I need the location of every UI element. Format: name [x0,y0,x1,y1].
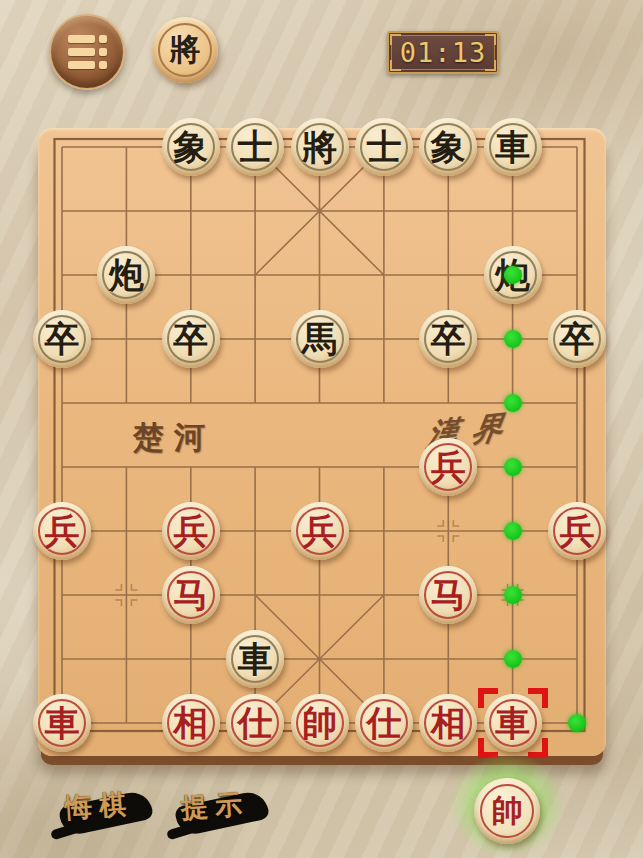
piece-black-士[interactable]: 士 [226,118,284,176]
piece-black-士[interactable]: 士 [355,118,413,176]
move-hint-dot[interactable] [504,458,522,476]
timer-corner-ornament [485,60,496,71]
piece-glyph: 相 [431,706,466,741]
piece-glyph: 象 [173,130,208,165]
move-hint-dot[interactable] [504,266,522,284]
hint-button[interactable]: 提示 [172,785,284,845]
piece-red-兵[interactable]: 兵 [33,502,91,560]
piece-glyph: 马 [173,578,208,613]
piece-black-卒[interactable]: 卒 [548,310,606,368]
move-hint-dot[interactable] [504,522,522,540]
red-general-glyph: 帥 [492,790,523,832]
piece-glyph: 卒 [431,322,466,357]
piece-red-兵[interactable]: 兵 [419,438,477,496]
piece-red-仕[interactable]: 仕 [355,694,413,752]
move-hint-dot[interactable] [568,714,586,732]
move-hint-dot[interactable] [504,394,522,412]
piece-glyph: 馬 [302,322,337,357]
timer-corner-ornament [390,34,401,45]
piece-glyph: 相 [173,706,208,741]
move-hint-dot[interactable] [504,586,522,604]
piece-red-马[interactable]: 马 [162,566,220,624]
piece-glyph: 車 [45,706,80,741]
black-general-glyph: 將 [170,29,201,71]
piece-red-相[interactable]: 相 [162,694,220,752]
piece-glyph: 車 [238,642,273,677]
piece-glyph: 马 [431,578,466,613]
undo-button[interactable]: 悔棋 [56,785,168,845]
undo-button-label: 悔棋 [64,786,134,827]
piece-red-車[interactable]: 車 [484,694,542,752]
black-side-indicator: 將 [152,17,218,83]
piece-black-卒[interactable]: 卒 [33,310,91,368]
piece-red-車[interactable]: 車 [33,694,91,752]
piece-red-兵[interactable]: 兵 [548,502,606,560]
piece-red-马[interactable]: 马 [419,566,477,624]
hint-button-label: 提示 [180,786,250,827]
river-label-left: 楚河 [133,417,215,459]
piece-glyph: 士 [238,130,273,165]
piece-black-卒[interactable]: 卒 [419,310,477,368]
piece-black-炮[interactable]: 炮 [97,246,155,304]
piece-glyph: 仕 [238,706,273,741]
piece-red-兵[interactable]: 兵 [162,502,220,560]
piece-glyph: 兵 [45,514,80,549]
timer-corner-ornament [390,60,401,71]
piece-black-車[interactable]: 車 [226,630,284,688]
piece-black-馬[interactable]: 馬 [291,310,349,368]
piece-glyph: 車 [495,130,530,165]
piece-glyph: 卒 [45,322,80,357]
piece-glyph: 將 [302,130,337,165]
game-screen: 楚河 漢界 象士將士象車炮炮卒卒馬卒卒車兵兵兵兵兵马马車相仕帥仕相車 將 01:… [0,0,643,858]
piece-black-車[interactable]: 車 [484,118,542,176]
piece-glyph: 兵 [302,514,337,549]
piece-black-卒[interactable]: 卒 [162,310,220,368]
list-menu-icon [68,35,107,69]
menu-button[interactable] [49,14,125,90]
piece-black-將[interactable]: 將 [291,118,349,176]
piece-black-象[interactable]: 象 [419,118,477,176]
piece-glyph: 車 [495,706,530,741]
game-timer: 01:13 [387,31,499,74]
move-hint-dot[interactable] [504,330,522,348]
piece-glyph: 炮 [109,258,144,293]
piece-glyph: 仕 [366,706,401,741]
timer-value: 01:13 [400,37,486,68]
piece-black-象[interactable]: 象 [162,118,220,176]
piece-glyph: 兵 [173,514,208,549]
red-side-indicator: 帥 [474,778,540,844]
piece-glyph: 象 [431,130,466,165]
piece-glyph: 士 [366,130,401,165]
piece-glyph: 兵 [431,450,466,485]
piece-red-仕[interactable]: 仕 [226,694,284,752]
piece-red-相[interactable]: 相 [419,694,477,752]
piece-glyph: 帥 [302,706,337,741]
piece-glyph: 兵 [560,514,595,549]
timer-corner-ornament [485,34,496,45]
piece-red-兵[interactable]: 兵 [291,502,349,560]
piece-red-帥[interactable]: 帥 [291,694,349,752]
move-hint-dot[interactable] [504,650,522,668]
piece-glyph: 卒 [560,322,595,357]
piece-glyph: 卒 [173,322,208,357]
